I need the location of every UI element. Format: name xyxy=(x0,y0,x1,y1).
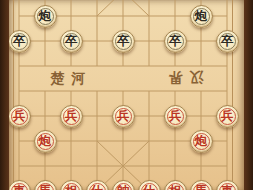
piece-character: 炮 xyxy=(39,135,52,148)
piece-red-soldier[interactable]: 兵 xyxy=(112,105,135,128)
piece-black-soldier[interactable]: 卒 xyxy=(112,30,135,53)
piece-red-soldier[interactable]: 兵 xyxy=(164,105,187,128)
piece-character: 卒 xyxy=(221,35,234,48)
xiangqi-game-screen: 楚河 汉界 炮炮卒卒卒卒卒兵兵兵兵兵炮炮車馬相仕帥仕相馬車 xyxy=(0,0,253,190)
board-grid-lines xyxy=(0,0,253,190)
piece-red-soldier[interactable]: 兵 xyxy=(8,105,31,128)
piece-black-cannon[interactable]: 炮 xyxy=(34,5,57,28)
piece-character: 馬 xyxy=(195,185,208,190)
piece-character: 卒 xyxy=(117,35,130,48)
piece-character: 仕 xyxy=(143,185,156,190)
piece-character: 兵 xyxy=(13,110,26,123)
piece-character: 車 xyxy=(221,185,234,190)
river-label-chu-he: 楚河 xyxy=(38,69,98,87)
piece-character: 馬 xyxy=(39,185,52,190)
piece-red-soldier[interactable]: 兵 xyxy=(60,105,83,128)
piece-character: 相 xyxy=(169,185,182,190)
piece-black-soldier[interactable]: 卒 xyxy=(216,30,239,53)
piece-character: 兵 xyxy=(221,110,234,123)
piece-character: 卒 xyxy=(169,35,182,48)
piece-character: 炮 xyxy=(195,135,208,148)
piece-red-cannon[interactable]: 炮 xyxy=(34,130,57,153)
piece-black-soldier[interactable]: 卒 xyxy=(164,30,187,53)
piece-character: 相 xyxy=(65,185,78,190)
piece-character: 卒 xyxy=(65,35,78,48)
piece-black-cannon[interactable]: 炮 xyxy=(190,5,213,28)
piece-character: 兵 xyxy=(65,110,78,123)
river-label-han-jie: 汉界 xyxy=(156,69,216,87)
piece-red-soldier[interactable]: 兵 xyxy=(216,105,239,128)
piece-red-cannon[interactable]: 炮 xyxy=(190,130,213,153)
piece-character: 兵 xyxy=(117,110,130,123)
piece-black-soldier[interactable]: 卒 xyxy=(8,30,31,53)
piece-character: 兵 xyxy=(169,110,182,123)
piece-character: 炮 xyxy=(39,10,52,23)
letterbox-right xyxy=(244,0,253,190)
piece-character: 炮 xyxy=(195,10,208,23)
piece-character: 仕 xyxy=(91,185,104,190)
piece-character: 車 xyxy=(13,185,26,190)
letterbox-left xyxy=(0,0,9,190)
piece-character: 帥 xyxy=(117,185,130,190)
piece-black-soldier[interactable]: 卒 xyxy=(60,30,83,53)
piece-character: 卒 xyxy=(13,35,26,48)
